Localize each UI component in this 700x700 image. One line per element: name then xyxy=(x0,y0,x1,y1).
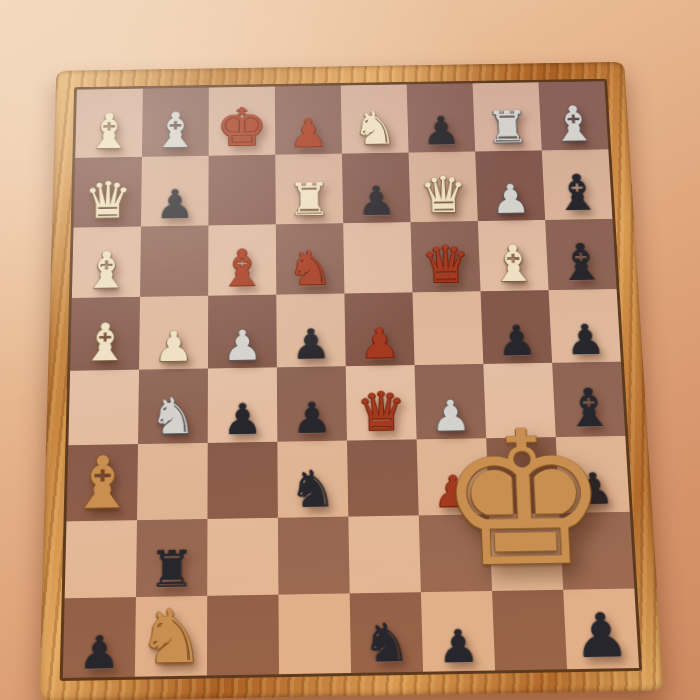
square-g7: ♟ xyxy=(475,150,545,220)
square-a3: ♝ xyxy=(66,444,138,521)
square-a7: ♛ xyxy=(74,157,142,228)
piece-cream-bishop-g6: ♝ xyxy=(488,239,538,290)
square-c1 xyxy=(207,595,279,676)
piece-silver-gray-bishop-b8: ♝ xyxy=(152,106,200,155)
piece-red-lacquer-pawn-e5: ♟ xyxy=(360,322,400,364)
piece-red-lacquer-pawn-d8: ♟ xyxy=(289,113,328,152)
piece-red-lacquer-queen-f6: ♛ xyxy=(420,239,471,291)
square-e6 xyxy=(343,222,412,294)
square-b3 xyxy=(137,443,208,520)
square-b2: ♜ xyxy=(136,519,208,598)
square-d4: ♟ xyxy=(277,366,347,441)
square-e4: ♛ xyxy=(346,365,417,440)
square-b1: ♞ xyxy=(135,596,207,677)
piece-silver-gray-pawn-c5: ♟ xyxy=(223,324,262,366)
square-e3 xyxy=(347,439,419,516)
square-e5: ♟ xyxy=(344,293,414,367)
square-e2 xyxy=(348,515,421,594)
square-a6: ♝ xyxy=(72,226,141,298)
piece-silver-gray-knight-b4: ♞ xyxy=(149,391,196,442)
piece-silver-gray-rook-g8: ♜ xyxy=(485,105,530,150)
square-f5 xyxy=(412,291,483,365)
piece-black-pawn-d5: ♟ xyxy=(291,323,331,365)
square-g8: ♜ xyxy=(473,82,542,151)
piece-silver-gray-pawn-g7: ♟ xyxy=(491,178,531,218)
piece-natural-wood-bishop-a3: ♝ xyxy=(68,446,136,519)
piece-black-pawn-a1: ♟ xyxy=(78,630,120,676)
square-f7: ♛ xyxy=(409,151,478,221)
piece-natural-wood-king-g2: ♚ xyxy=(435,406,614,594)
square-a2 xyxy=(65,520,137,599)
piece-black-bishop-h6: ♝ xyxy=(556,238,607,289)
piece-cream-queen-a7: ♛ xyxy=(83,174,132,225)
piece-black-knight-d3: ♞ xyxy=(289,464,337,516)
square-a8: ♝ xyxy=(75,89,143,158)
piece-cream-bishop-a5: ♝ xyxy=(80,317,130,369)
wall-background: ♝♝♚♟♞♟♜♝♛♟♜♟♛♟♝♝♝♞♛♝♝♝♟♟♟♟♟♟♞♟♟♛♟♝♝♞♟♟♜♚… xyxy=(0,0,700,700)
square-c2 xyxy=(207,517,278,596)
piece-cream-knight-e8: ♞ xyxy=(352,105,398,151)
piece-black-pawn-f8: ♟ xyxy=(422,111,461,150)
piece-black-pawn-h5: ♟ xyxy=(565,319,606,361)
square-g5: ♟ xyxy=(481,290,553,364)
piece-black-pawn-g5: ♟ xyxy=(496,320,537,362)
piece-black-pawn-f1: ♟ xyxy=(437,623,480,669)
square-e7: ♟ xyxy=(342,152,411,222)
square-d1 xyxy=(278,594,351,675)
square-b6 xyxy=(140,225,208,297)
square-g6: ♝ xyxy=(478,220,549,292)
piece-black-knight-e1: ♞ xyxy=(362,617,411,671)
piece-red-lacquer-queen-e4: ♛ xyxy=(356,384,407,438)
square-b5: ♟ xyxy=(139,296,208,370)
square-c5: ♟ xyxy=(208,295,277,369)
square-h6: ♝ xyxy=(545,218,616,290)
square-d6: ♞ xyxy=(276,223,345,295)
piece-black-rook-b2: ♜ xyxy=(149,544,195,595)
square-h8: ♝ xyxy=(538,81,608,150)
square-h7: ♝ xyxy=(542,149,613,219)
square-d8: ♟ xyxy=(275,85,342,154)
framed-board-scene: ♝♝♚♟♞♟♜♝♛♟♜♟♛♟♝♝♝♞♛♝♝♝♟♟♟♟♟♟♞♟♟♛♟♝♝♞♟♟♜♚… xyxy=(39,62,663,700)
piece-red-lacquer-bishop-c6: ♝ xyxy=(218,243,266,294)
piece-black-pawn-d4: ♟ xyxy=(292,396,332,439)
square-c6: ♝ xyxy=(208,224,276,296)
square-b8: ♝ xyxy=(142,88,209,157)
piece-black-pawn-b7: ♟ xyxy=(155,184,194,224)
square-h5: ♟ xyxy=(549,289,621,363)
piece-black-pawn-c4: ♟ xyxy=(223,397,263,440)
square-c4: ♟ xyxy=(208,367,278,442)
piece-black-pawn-e7: ♟ xyxy=(357,181,396,221)
piece-cream-pawn-b5: ♟ xyxy=(154,325,194,367)
square-a1: ♟ xyxy=(63,597,136,678)
square-c8: ♚ xyxy=(209,87,276,156)
square-d3: ♞ xyxy=(277,440,348,517)
piece-red-lacquer-king-c8: ♚ xyxy=(216,101,267,154)
piece-cream-bishop-a8: ♝ xyxy=(85,107,133,156)
square-d2 xyxy=(278,516,350,595)
piece-cream-bishop-a6: ♝ xyxy=(82,245,131,296)
square-d7: ♜ xyxy=(275,153,343,223)
piece-black-pawn-h1: ♟ xyxy=(572,605,631,667)
square-d5: ♟ xyxy=(276,294,345,368)
square-e1: ♞ xyxy=(350,592,423,673)
square-a5: ♝ xyxy=(70,297,140,371)
chess-board: ♝♝♚♟♞♟♜♝♛♟♜♟♛♟♝♝♝♞♛♝♝♝♟♟♟♟♟♟♞♟♟♛♟♝♝♞♟♟♜♚… xyxy=(63,81,639,678)
piece-black-bishop-h7: ♝ xyxy=(552,168,602,218)
square-e8: ♞ xyxy=(341,84,409,153)
piece-red-lacquer-knight-d6: ♞ xyxy=(287,245,333,293)
square-f6: ♛ xyxy=(411,221,481,293)
piece-silver-gray-bishop-h8: ♝ xyxy=(549,100,599,149)
square-a4 xyxy=(68,370,139,445)
square-b7: ♟ xyxy=(141,156,209,227)
square-g2: ♚ xyxy=(489,513,563,592)
piece-natural-wood-knight-b1: ♞ xyxy=(137,599,205,675)
square-c7 xyxy=(208,154,275,225)
square-b4: ♞ xyxy=(138,368,208,443)
piece-cream-queen-f7: ♛ xyxy=(418,169,468,220)
square-f8: ♟ xyxy=(407,83,476,152)
square-c3 xyxy=(207,441,277,518)
piece-cream-rook-d7: ♜ xyxy=(287,176,331,222)
